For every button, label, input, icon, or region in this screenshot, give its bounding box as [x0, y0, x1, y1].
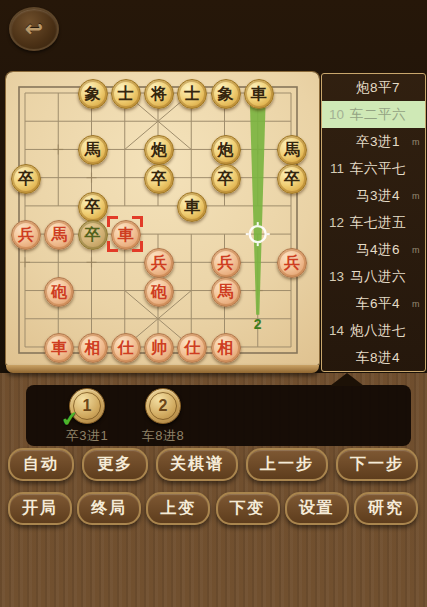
- piece-red-cannon[interactable]: 砲: [144, 277, 174, 307]
- piece-black-pawn[interactable]: 卒: [11, 164, 41, 194]
- opening-button[interactable]: 开局: [8, 492, 72, 525]
- move-mark: m: [412, 245, 425, 255]
- auto-button[interactable]: 自动: [8, 448, 74, 481]
- move-text: 马八进六: [344, 268, 412, 286]
- move-row[interactable]: 14炮八进七: [322, 317, 425, 344]
- prev-variation-button[interactable]: 上变: [146, 492, 210, 525]
- settings-button[interactable]: 设置: [285, 492, 349, 525]
- piece-red-general[interactable]: 帅: [144, 333, 174, 363]
- move-text: 马3进4: [344, 187, 412, 205]
- variation-coin: 1✔: [69, 388, 105, 424]
- move-row[interactable]: 车8进4: [322, 344, 425, 371]
- more-button[interactable]: 更多: [82, 448, 148, 481]
- move-text: 车6平4: [344, 295, 412, 313]
- toolbar-row-1: 自动更多关棋谱上一步下一步: [8, 448, 418, 481]
- return-arrow-icon: ↩: [25, 18, 43, 40]
- piece-red-pawn[interactable]: 兵: [11, 220, 41, 250]
- check-icon: ✔: [60, 406, 80, 432]
- piece-red-rook[interactable]: 車: [111, 220, 141, 250]
- move-mark: m: [412, 137, 425, 147]
- move-number: 11: [322, 161, 344, 176]
- variation-coin-number: 2: [146, 389, 180, 423]
- piece-black-rook[interactable]: 車: [244, 79, 274, 109]
- move-row[interactable]: 12车七进五: [322, 209, 425, 236]
- board-grid: 2: [6, 72, 319, 365]
- move-text: 炮8平7: [344, 79, 412, 97]
- move-text: 马4进6: [344, 241, 412, 259]
- move-number: 14: [322, 323, 344, 338]
- prev-step-button[interactable]: 上一步: [246, 448, 328, 481]
- move-list-panel: 炮8平710车二平六卒3进1m11车六平七马3进4m12车七进五马4进6m13马…: [321, 73, 426, 372]
- piece-black-pawn[interactable]: 卒: [277, 164, 307, 194]
- panel-collapse-handle-icon[interactable]: [330, 373, 364, 386]
- piece-red-elephant[interactable]: 相: [211, 333, 241, 363]
- move-text: 车六平七: [344, 160, 412, 178]
- piece-red-elephant[interactable]: 相: [78, 333, 108, 363]
- research-button[interactable]: 研究: [354, 492, 418, 525]
- variation-button-2[interactable]: 2车8进8: [127, 388, 199, 445]
- next-variation-button[interactable]: 下变: [216, 492, 280, 525]
- piece-black-pawn[interactable]: 卒: [78, 192, 108, 222]
- piece-black-pawn[interactable]: 卒: [211, 164, 241, 194]
- move-mark: m: [412, 191, 425, 201]
- move-row-current[interactable]: 10车二平六: [322, 101, 425, 128]
- piece-preview-pawn[interactable]: 卒: [78, 220, 108, 250]
- move-number: 10: [322, 107, 344, 122]
- move-text: 车二平六: [344, 106, 412, 124]
- piece-black-horse[interactable]: 馬: [78, 135, 108, 165]
- move-row[interactable]: 车6平4m: [322, 290, 425, 317]
- piece-red-advisor[interactable]: 仕: [111, 333, 141, 363]
- piece-black-general[interactable]: 将: [144, 79, 174, 109]
- endgame-button[interactable]: 终局: [77, 492, 141, 525]
- toolbar-row-2: 开局终局上变下变设置研究: [8, 492, 418, 525]
- next-step-button[interactable]: 下一步: [336, 448, 418, 481]
- piece-red-cannon[interactable]: 砲: [44, 277, 74, 307]
- move-text: 炮八进七: [344, 322, 412, 340]
- variation-button-1[interactable]: 1✔卒3进1: [51, 388, 123, 445]
- move-row[interactable]: 马4进6m: [322, 236, 425, 263]
- move-text: 车8进4: [344, 349, 412, 367]
- piece-black-elephant[interactable]: 象: [211, 79, 241, 109]
- variation-arrow-label: 2: [254, 316, 262, 332]
- move-text: 卒3进1: [344, 133, 412, 151]
- move-row[interactable]: 11车六平七: [322, 155, 425, 182]
- piece-black-elephant[interactable]: 象: [78, 79, 108, 109]
- back-button[interactable]: ↩: [9, 7, 59, 51]
- xiangqi-board[interactable]: 2象士将士象車馬炮炮馬卒卒卒卒卒車兵馬車兵兵兵砲砲馬車相仕帅仕相卒: [6, 72, 319, 365]
- app-screen: ↩ 2象士将士象車馬炮炮馬卒卒卒卒卒車兵馬車兵兵兵砲砲馬車相仕帅仕相卒 炮8平7…: [0, 0, 427, 607]
- piece-black-rook[interactable]: 車: [177, 192, 207, 222]
- piece-red-horse[interactable]: 馬: [211, 277, 241, 307]
- piece-red-pawn[interactable]: 兵: [211, 248, 241, 278]
- piece-black-advisor[interactable]: 士: [111, 79, 141, 109]
- piece-black-cannon[interactable]: 炮: [211, 135, 241, 165]
- move-row[interactable]: 炮8平7: [322, 74, 425, 101]
- move-text: 车七进五: [344, 214, 412, 232]
- close-notation-button[interactable]: 关棋谱: [156, 448, 238, 481]
- variation-coin: 2: [145, 388, 181, 424]
- variations-tray: 1✔卒3进12车8进8: [26, 385, 411, 446]
- variation-move-label: 车8进8: [127, 427, 199, 445]
- move-row[interactable]: 卒3进1m: [322, 128, 425, 155]
- piece-black-pawn[interactable]: 卒: [144, 164, 174, 194]
- move-number: 12: [322, 215, 344, 230]
- move-mark: m: [412, 299, 425, 309]
- move-row[interactable]: 马3进4m: [322, 182, 425, 209]
- move-number: 13: [322, 269, 344, 284]
- move-row[interactable]: 13马八进六: [322, 263, 425, 290]
